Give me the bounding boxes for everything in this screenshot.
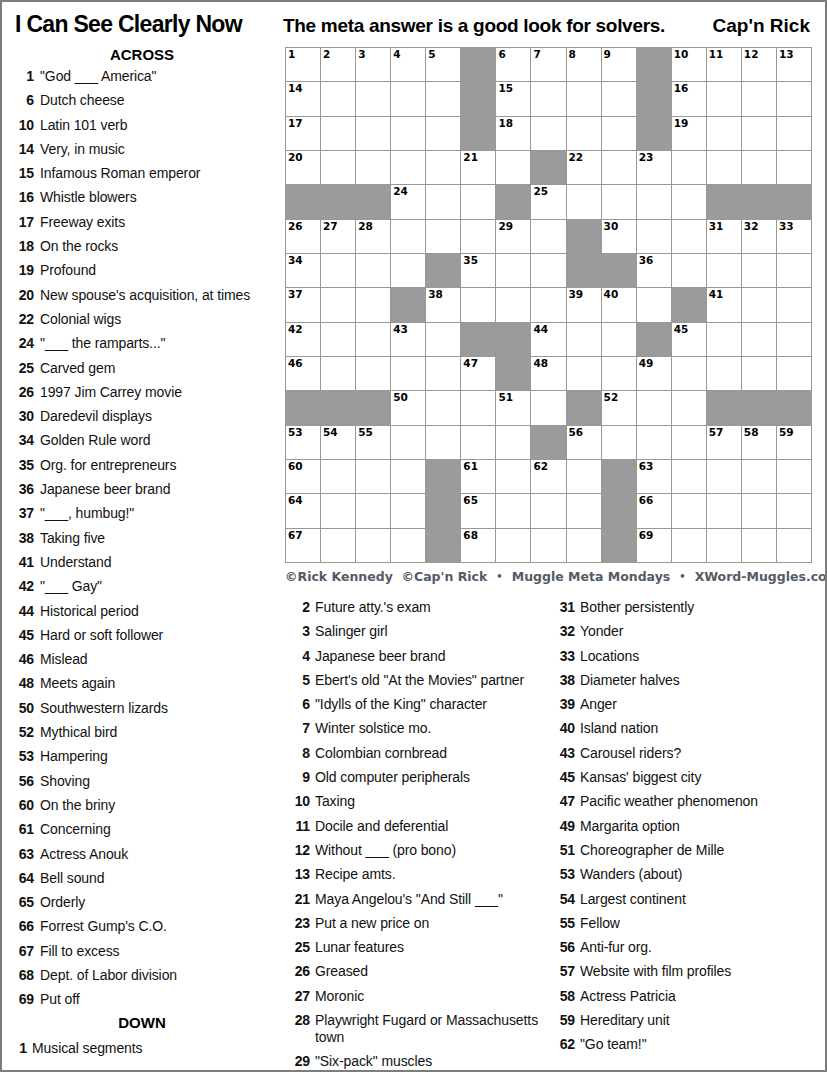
- grid-cell[interactable]: [356, 151, 390, 184]
- cell-number: 35: [463, 254, 478, 267]
- grid-cell[interactable]: [321, 529, 355, 562]
- clue-text: Put off: [40, 991, 280, 1008]
- grid-cell[interactable]: [567, 323, 601, 356]
- clue-text: Infamous Roman emperor: [40, 165, 280, 182]
- grid-cell[interactable]: 56: [567, 426, 601, 459]
- grid-cell[interactable]: [707, 117, 741, 150]
- blocked-cell: [461, 323, 495, 356]
- clue-number: 7: [285, 720, 315, 737]
- grid-cell[interactable]: 62: [531, 460, 565, 493]
- clue-item: 25Lunar features: [285, 939, 558, 956]
- grid-cell[interactable]: 54: [321, 426, 355, 459]
- grid-cell[interactable]: [321, 117, 355, 150]
- grid-cell[interactable]: [672, 357, 706, 390]
- grid-cell[interactable]: [496, 151, 530, 184]
- grid-cell[interactable]: [567, 185, 601, 218]
- grid-cell[interactable]: 49: [637, 357, 671, 390]
- grid-cell[interactable]: [391, 117, 425, 150]
- grid-cell[interactable]: [391, 254, 425, 287]
- clue-number: 38: [2, 530, 40, 547]
- grid-cell[interactable]: [777, 323, 811, 356]
- grid-cell[interactable]: [321, 323, 355, 356]
- grid-cell[interactable]: 14: [286, 82, 320, 115]
- grid-cell[interactable]: 12: [742, 48, 776, 81]
- grid-cell[interactable]: 36: [637, 254, 671, 287]
- grid-cell[interactable]: [531, 82, 565, 115]
- clue-text: Carousel riders?: [580, 745, 827, 762]
- credits-text: ©Rick Kennedy ©Cap'n Rick: [285, 569, 487, 584]
- grid-cell[interactable]: 37: [286, 288, 320, 321]
- cell-number: 8: [569, 48, 576, 61]
- grid-cell[interactable]: [742, 460, 776, 493]
- clue-text: Golden Rule word: [40, 432, 280, 449]
- cell-number: 65: [463, 494, 478, 507]
- grid-cell[interactable]: [637, 185, 671, 218]
- grid-cell[interactable]: [356, 254, 390, 287]
- grid-cell[interactable]: [567, 460, 601, 493]
- clue-number: 33: [550, 648, 580, 665]
- clue-item: 47Pacific weather phenomenon: [550, 793, 827, 810]
- grid-cell[interactable]: [321, 82, 355, 115]
- grid-cell[interactable]: 15: [496, 82, 530, 115]
- grid-cell[interactable]: [321, 357, 355, 390]
- grid-cell[interactable]: 44: [531, 323, 565, 356]
- grid-cell[interactable]: 29: [496, 220, 530, 253]
- cell-number: 64: [288, 494, 303, 507]
- grid-cell[interactable]: [356, 323, 390, 356]
- grid-cell[interactable]: [742, 82, 776, 115]
- grid-cell[interactable]: [742, 254, 776, 287]
- clue-item: 44Historical period: [2, 603, 280, 620]
- blocked-cell: [637, 117, 671, 150]
- grid-cell[interactable]: [742, 288, 776, 321]
- grid-cell[interactable]: [707, 254, 741, 287]
- clue-item: 63Actress Anouk: [2, 846, 280, 863]
- grid-cell[interactable]: [637, 391, 671, 424]
- clue-number: 53: [550, 866, 580, 883]
- grid-cell[interactable]: 59: [777, 426, 811, 459]
- cell-number: 46: [288, 357, 303, 370]
- clue-number: 18: [2, 238, 40, 255]
- grid-cell[interactable]: 9: [602, 48, 636, 81]
- author-byline: Cap'n Rick: [713, 15, 810, 37]
- clue-text: Org. for entrepreneurs: [40, 457, 280, 474]
- grid-cell[interactable]: [742, 529, 776, 562]
- grid-cell[interactable]: [602, 82, 636, 115]
- clue-item: 17Freeway exits: [2, 214, 280, 231]
- grid-cell[interactable]: [707, 494, 741, 527]
- grid-cell[interactable]: 8: [567, 48, 601, 81]
- grid-cell[interactable]: 18: [496, 117, 530, 150]
- grid-cell[interactable]: [426, 220, 460, 253]
- grid-cell[interactable]: 17: [286, 117, 320, 150]
- cell-number: 40: [604, 288, 619, 301]
- grid-cell[interactable]: 55: [356, 426, 390, 459]
- grid-cell[interactable]: 27: [321, 220, 355, 253]
- grid-cell[interactable]: [426, 82, 460, 115]
- grid-cell[interactable]: 50: [391, 391, 425, 424]
- grid-cell[interactable]: [672, 220, 706, 253]
- cell-number: 18: [498, 117, 513, 130]
- clue-text: Greased: [315, 963, 558, 980]
- grid-cell[interactable]: [356, 82, 390, 115]
- grid-cell[interactable]: 34: [286, 254, 320, 287]
- clue-item: 36Japanese beer brand: [2, 481, 280, 498]
- grid-cell[interactable]: [426, 391, 460, 424]
- clue-text: Taxing: [315, 793, 558, 810]
- grid-cell[interactable]: [356, 494, 390, 527]
- cell-number: 37: [288, 288, 303, 301]
- grid-cell[interactable]: 19: [672, 117, 706, 150]
- clue-item: 54Largest continent: [550, 891, 827, 908]
- grid-cell[interactable]: [496, 426, 530, 459]
- clue-item: 24"___ the ramparts...": [2, 335, 280, 352]
- grid-cell[interactable]: [672, 426, 706, 459]
- grid-cell[interactable]: [637, 288, 671, 321]
- clue-text: Margarita option: [580, 818, 827, 835]
- grid-cell[interactable]: [567, 494, 601, 527]
- clue-text: Island nation: [580, 720, 827, 737]
- clue-number: 67: [2, 943, 40, 960]
- grid-cell[interactable]: [707, 357, 741, 390]
- grid-cell[interactable]: [391, 426, 425, 459]
- cell-number: 23: [639, 151, 654, 164]
- grid-cell[interactable]: [672, 460, 706, 493]
- grid-cell[interactable]: [707, 460, 741, 493]
- grid-cell[interactable]: [672, 254, 706, 287]
- grid-cell[interactable]: [602, 323, 636, 356]
- clue-item: 32Yonder: [550, 623, 827, 640]
- grid-cell[interactable]: [426, 151, 460, 184]
- blocked-cell: [777, 391, 811, 424]
- cell-number: 63: [639, 460, 654, 473]
- grid-cell[interactable]: 45: [672, 323, 706, 356]
- grid-cell[interactable]: [356, 460, 390, 493]
- grid-cell[interactable]: [777, 117, 811, 150]
- grid-cell[interactable]: [602, 117, 636, 150]
- grid-cell[interactable]: [496, 254, 530, 287]
- grid-cell[interactable]: [321, 460, 355, 493]
- clue-number: 13: [285, 866, 315, 883]
- grid-cell[interactable]: 60: [286, 460, 320, 493]
- grid-cell[interactable]: [707, 323, 741, 356]
- clue-number: 20: [2, 287, 40, 304]
- clue-number: 8: [285, 745, 315, 762]
- clue-text: Shoving: [40, 773, 280, 790]
- grid-cell[interactable]: 6: [496, 48, 530, 81]
- grid-cell[interactable]: 53: [286, 426, 320, 459]
- clue-item: 7Winter solstice mo.: [285, 720, 558, 737]
- grid-cell[interactable]: [531, 220, 565, 253]
- grid-cell[interactable]: 16: [672, 82, 706, 115]
- grid-cell[interactable]: 30: [602, 220, 636, 253]
- grid-cell[interactable]: [777, 460, 811, 493]
- grid-cell[interactable]: 39: [567, 288, 601, 321]
- cell-number: 57: [709, 426, 724, 439]
- blocked-cell: [567, 254, 601, 287]
- grid-cell[interactable]: 35: [461, 254, 495, 287]
- blocked-cell: [742, 185, 776, 218]
- clue-number: 21: [285, 891, 315, 908]
- grid-cell[interactable]: [637, 220, 671, 253]
- grid-cell[interactable]: [426, 117, 460, 150]
- blocked-cell: [426, 529, 460, 562]
- grid-cell[interactable]: [356, 357, 390, 390]
- grid-cell[interactable]: [742, 117, 776, 150]
- grid-cell[interactable]: [602, 151, 636, 184]
- cell-number: 32: [744, 220, 759, 233]
- cell-number: 56: [569, 426, 584, 439]
- grid-cell[interactable]: 25: [531, 185, 565, 218]
- grid-cell[interactable]: [391, 357, 425, 390]
- clue-text: Mythical bird: [40, 724, 280, 741]
- cell-number: 6: [498, 48, 505, 61]
- grid-cell[interactable]: [426, 426, 460, 459]
- clue-item: 34Golden Rule word: [2, 432, 280, 449]
- clue-item: 26Greased: [285, 963, 558, 980]
- crossword-grid: 1234567891011121314151617181920212223242…: [285, 47, 812, 563]
- clue-item: 46Mislead: [2, 651, 280, 668]
- grid-cell[interactable]: [707, 529, 741, 562]
- grid-cell[interactable]: 5: [426, 48, 460, 81]
- clue-item: 1"God ___ America": [2, 68, 280, 85]
- grid-cell[interactable]: [531, 117, 565, 150]
- clue-item: 53Hampering: [2, 748, 280, 765]
- grid-cell[interactable]: [321, 151, 355, 184]
- grid-cell[interactable]: 10: [672, 48, 706, 81]
- clue-number: 14: [2, 141, 40, 158]
- grid-cell[interactable]: [356, 288, 390, 321]
- grid-cell[interactable]: 41: [707, 288, 741, 321]
- down-clue-list-col3: 31Bother persistently32Yonder33Locations…: [550, 599, 827, 1061]
- grid-cell[interactable]: 58: [742, 426, 776, 459]
- clue-item: 60On the briny: [2, 797, 280, 814]
- grid-cell[interactable]: [742, 357, 776, 390]
- grid-cell[interactable]: [637, 426, 671, 459]
- grid-cell[interactable]: 47: [461, 357, 495, 390]
- cell-number: 39: [569, 288, 584, 301]
- grid-cell[interactable]: 46: [286, 357, 320, 390]
- blocked-cell: [426, 460, 460, 493]
- clue-item: 22Colonial wigs: [2, 311, 280, 328]
- clue-text: Lunar features: [315, 939, 558, 956]
- grid-cell[interactable]: 28: [356, 220, 390, 253]
- grid-cell[interactable]: [531, 254, 565, 287]
- cell-number: 52: [604, 391, 619, 404]
- grid-cell[interactable]: 13: [777, 48, 811, 81]
- grid-cell[interactable]: [777, 82, 811, 115]
- clue-item: 25Carved gem: [2, 360, 280, 377]
- clue-text: Forrest Gump's C.O.: [40, 918, 280, 935]
- grid-cell[interactable]: [567, 82, 601, 115]
- clue-number: 63: [2, 846, 40, 863]
- grid-cell[interactable]: [672, 151, 706, 184]
- grid-cell[interactable]: [391, 220, 425, 253]
- grid-cell[interactable]: [777, 357, 811, 390]
- grid-cell[interactable]: [391, 82, 425, 115]
- clue-item: 64Bell sound: [2, 870, 280, 887]
- clue-number: 52: [2, 724, 40, 741]
- grid-cell[interactable]: 48: [531, 357, 565, 390]
- grid-cell[interactable]: [777, 288, 811, 321]
- grid-cell[interactable]: [567, 529, 601, 562]
- grid-cell[interactable]: 68: [461, 529, 495, 562]
- grid-cell[interactable]: [742, 494, 776, 527]
- clue-number: 22: [2, 311, 40, 328]
- grid-cell[interactable]: 43: [391, 323, 425, 356]
- clue-text: Actress Anouk: [40, 846, 280, 863]
- grid-cell[interactable]: 65: [461, 494, 495, 527]
- cell-number: 66: [639, 494, 654, 507]
- clue-text: Mislead: [40, 651, 280, 668]
- clue-number: 60: [2, 797, 40, 814]
- grid-cell[interactable]: 33: [777, 220, 811, 253]
- grid-cell[interactable]: [672, 185, 706, 218]
- grid-cell[interactable]: [461, 288, 495, 321]
- grid-cell[interactable]: 31: [707, 220, 741, 253]
- clue-item: 20New spouse's acquisition, at times: [2, 287, 280, 304]
- grid-cell[interactable]: [461, 185, 495, 218]
- cell-number: 69: [639, 529, 654, 542]
- clue-item: 37"___, humbug!": [2, 505, 280, 522]
- blocked-cell: [672, 288, 706, 321]
- grid-cell[interactable]: [777, 151, 811, 184]
- grid-cell[interactable]: 3: [356, 48, 390, 81]
- cell-number: 15: [498, 82, 513, 95]
- grid-cell[interactable]: 11: [707, 48, 741, 81]
- clue-number: 31: [550, 599, 580, 616]
- grid-cell[interactable]: [777, 529, 811, 562]
- grid-cell[interactable]: [531, 288, 565, 321]
- grid-cell[interactable]: [672, 391, 706, 424]
- grid-cell[interactable]: [496, 288, 530, 321]
- grid-cell[interactable]: 24: [391, 185, 425, 218]
- clue-item: 28Playwright Fugard or Massachusetts tow…: [285, 1012, 558, 1046]
- clue-number: 10: [2, 117, 40, 134]
- grid-cell[interactable]: 67: [286, 529, 320, 562]
- grid-cell[interactable]: [777, 494, 811, 527]
- grid-cell[interactable]: [531, 391, 565, 424]
- grid-cell[interactable]: [391, 529, 425, 562]
- cell-number: 25: [533, 185, 548, 198]
- grid-cell[interactable]: 40: [602, 288, 636, 321]
- grid-cell[interactable]: 57: [707, 426, 741, 459]
- clue-item: 69Put off: [2, 991, 280, 1008]
- cell-number: 4: [393, 48, 400, 61]
- clue-number: 50: [2, 700, 40, 717]
- grid-cell[interactable]: [777, 254, 811, 287]
- grid-cell[interactable]: 23: [637, 151, 671, 184]
- grid-cell[interactable]: [531, 494, 565, 527]
- grid-cell[interactable]: [391, 494, 425, 527]
- grid-cell[interactable]: [707, 151, 741, 184]
- grid-cell[interactable]: 20: [286, 151, 320, 184]
- grid-cell[interactable]: [461, 426, 495, 459]
- grid-cell[interactable]: 32: [742, 220, 776, 253]
- grid-cell[interactable]: [496, 494, 530, 527]
- grid-cell[interactable]: [496, 460, 530, 493]
- grid-cell[interactable]: [602, 426, 636, 459]
- blocked-cell: [286, 391, 320, 424]
- clue-item: 56Anti-fur org.: [550, 939, 827, 956]
- grid-cell[interactable]: 64: [286, 494, 320, 527]
- grid-cell[interactable]: 63: [637, 460, 671, 493]
- grid-cell[interactable]: [321, 288, 355, 321]
- clue-text: Maya Angelou's "And Still ___": [315, 891, 558, 908]
- grid-cell[interactable]: 52: [602, 391, 636, 424]
- clue-number: 28: [285, 1012, 315, 1046]
- grid-cell[interactable]: [707, 82, 741, 115]
- grid-cell[interactable]: [567, 117, 601, 150]
- cell-number: 28: [358, 220, 373, 233]
- grid-cell[interactable]: [426, 185, 460, 218]
- grid-cell[interactable]: 26: [286, 220, 320, 253]
- grid-cell[interactable]: [321, 494, 355, 527]
- cell-number: 3: [358, 48, 365, 61]
- grid-cell[interactable]: [426, 357, 460, 390]
- grid-cell[interactable]: [356, 529, 390, 562]
- grid-cell[interactable]: [742, 151, 776, 184]
- grid-cell[interactable]: [672, 529, 706, 562]
- grid-cell[interactable]: [391, 151, 425, 184]
- cell-number: 48: [533, 357, 548, 370]
- grid-cell[interactable]: [426, 323, 460, 356]
- grid-cell[interactable]: 1: [286, 48, 320, 81]
- grid-cell[interactable]: 2: [321, 48, 355, 81]
- grid-cell[interactable]: 21: [461, 151, 495, 184]
- cell-number: 54: [323, 426, 338, 439]
- clue-number: 10: [285, 793, 315, 810]
- grid-cell[interactable]: 22: [567, 151, 601, 184]
- cell-number: 7: [533, 48, 540, 61]
- clue-item: 48Meets again: [2, 675, 280, 692]
- grid-cell[interactable]: [531, 529, 565, 562]
- grid-cell[interactable]: 66: [637, 494, 671, 527]
- grid-cell[interactable]: [356, 117, 390, 150]
- grid-cell[interactable]: [461, 220, 495, 253]
- grid-cell[interactable]: 69: [637, 529, 671, 562]
- clue-number: 66: [2, 918, 40, 935]
- clue-item: 43Carousel riders?: [550, 745, 827, 762]
- cell-number: 44: [533, 323, 548, 336]
- grid-cell[interactable]: [602, 357, 636, 390]
- grid-cell[interactable]: [602, 185, 636, 218]
- grid-cell[interactable]: 42: [286, 323, 320, 356]
- grid-cell[interactable]: 51: [496, 391, 530, 424]
- blocked-cell: [602, 460, 636, 493]
- grid-cell[interactable]: [461, 391, 495, 424]
- blocked-cell: [461, 117, 495, 150]
- clue-item: 18On the rocks: [2, 238, 280, 255]
- clue-text: Hard or soft follower: [40, 627, 280, 644]
- grid-cell[interactable]: [391, 460, 425, 493]
- grid-cell[interactable]: 38: [426, 288, 460, 321]
- grid-cell[interactable]: [742, 323, 776, 356]
- clue-text: Bother persistently: [580, 599, 827, 616]
- grid-cell[interactable]: [496, 529, 530, 562]
- grid-cell[interactable]: 7: [531, 48, 565, 81]
- clue-number: 49: [550, 818, 580, 835]
- blocked-cell: [356, 391, 390, 424]
- clue-text: Hampering: [40, 748, 280, 765]
- grid-cell[interactable]: [321, 254, 355, 287]
- grid-cell[interactable]: 61: [461, 460, 495, 493]
- clue-item: 10Latin 101 verb: [2, 117, 280, 134]
- clue-number: 56: [550, 939, 580, 956]
- grid-cell[interactable]: 4: [391, 48, 425, 81]
- grid-cell[interactable]: [567, 357, 601, 390]
- grid-cell[interactable]: [672, 494, 706, 527]
